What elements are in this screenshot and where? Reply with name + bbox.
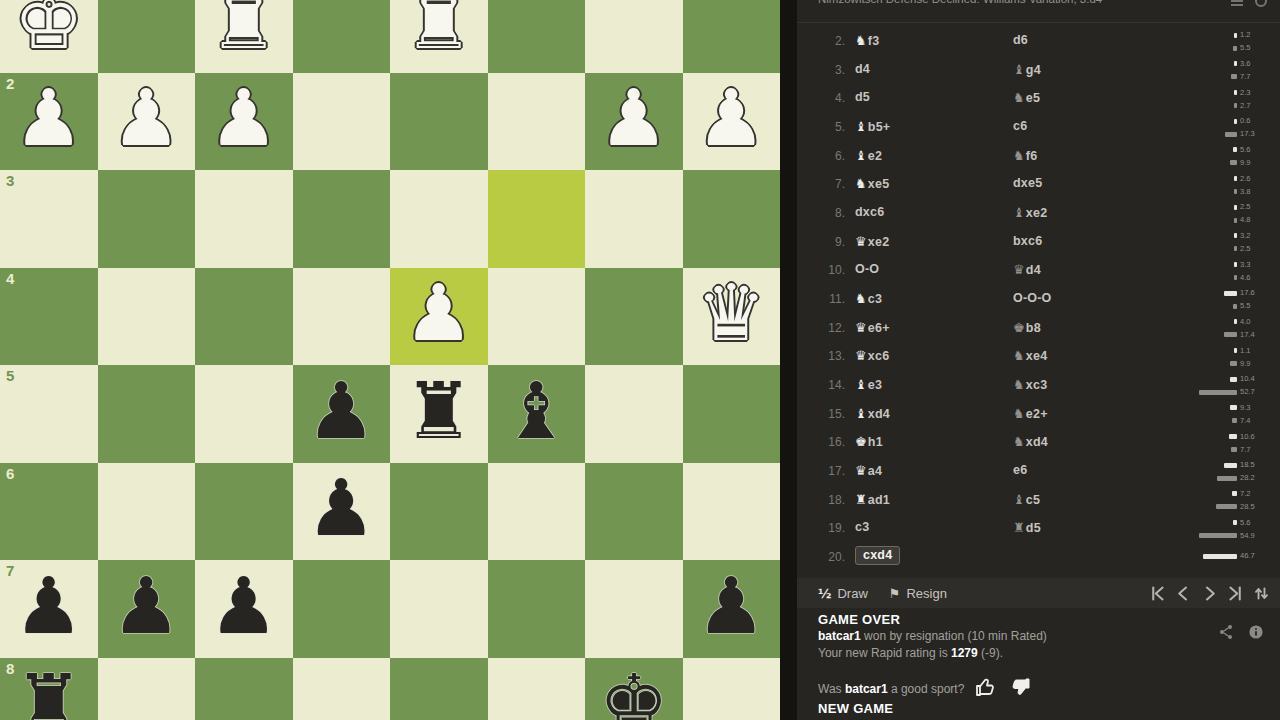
move-number: 20. xyxy=(819,550,845,564)
square-b6[interactable] xyxy=(585,463,683,561)
w-piece-glyph: ♝ xyxy=(855,406,867,421)
black-move-time: 17.3 xyxy=(1225,129,1262,139)
w-piece-glyph: ♛ xyxy=(855,320,867,335)
white-move-time: 1.2 xyxy=(1234,30,1262,40)
move-time-value: 4.8 xyxy=(1240,216,1262,224)
white-queen-a4[interactable]: ♛ xyxy=(696,274,766,352)
square-d4[interactable]: ♟ xyxy=(390,268,488,366)
move-number: 14. xyxy=(819,378,845,392)
white-move[interactable]: ♝xd4 xyxy=(855,406,890,421)
square-c8[interactable] xyxy=(488,658,586,720)
move-time-bar xyxy=(1231,74,1237,79)
draw-label: Draw xyxy=(837,586,867,601)
move-time-value: 7.7 xyxy=(1240,73,1262,81)
w-piece-glyph: ♝ xyxy=(855,377,867,392)
square-e7[interactable] xyxy=(293,560,391,658)
black-move[interactable]: ♞xc3 xyxy=(1013,377,1047,392)
black-rook-h8[interactable]: ♜ xyxy=(14,664,84,720)
thumbs-up-button[interactable] xyxy=(974,675,998,702)
move-time-bar xyxy=(1232,418,1237,423)
square-d1[interactable]: ♜ xyxy=(390,0,488,73)
move-time-bar xyxy=(1231,447,1237,452)
move-time-bar xyxy=(1199,533,1237,538)
sportsmanship-question: Was batcar1 a good sport? xyxy=(818,682,964,696)
black-move[interactable]: ♚b8 xyxy=(1013,320,1041,335)
white-rook-d1[interactable]: ♜ xyxy=(404,0,474,60)
move-number: 10. xyxy=(819,263,845,277)
square-g6[interactable] xyxy=(98,463,196,561)
white-move-time: 3.3 xyxy=(1234,259,1262,269)
white-move-time: 5.6 xyxy=(1233,517,1262,527)
move-time-value: 9.9 xyxy=(1240,360,1262,368)
move-number: 18. xyxy=(819,493,845,507)
white-move[interactable]: ♞f3 xyxy=(855,33,879,48)
b-piece-glyph: ♚ xyxy=(1013,320,1025,335)
move-row-2: 2.♞f3d61.25.5 xyxy=(797,28,1280,55)
square-g1[interactable] xyxy=(98,0,196,73)
square-h7[interactable]: 7♟ xyxy=(0,560,98,658)
square-g2[interactable]: ♟ xyxy=(98,73,196,171)
square-h1[interactable]: 1♚ xyxy=(0,0,98,73)
move-time-bar xyxy=(1234,119,1237,124)
white-move[interactable]: ♛xc6 xyxy=(855,348,889,363)
move-time-value: 17.3 xyxy=(1240,130,1262,138)
square-b8[interactable]: ♚ xyxy=(585,658,683,720)
square-f3[interactable] xyxy=(195,170,293,268)
info-icon[interactable] xyxy=(1248,624,1264,644)
white-move[interactable]: O-O xyxy=(855,262,879,276)
rank-label-3: 3 xyxy=(6,173,14,188)
black-move-time: 2.7 xyxy=(1234,100,1262,110)
chess-board[interactable]: 1♚♜♜2♟♟♟♟♟34♟♛5♟♜♝6♟7♟♟♟♟8♜♚ xyxy=(0,0,780,720)
b-piece-glyph: ♞ xyxy=(1013,377,1025,392)
white-move[interactable]: ♝b5+ xyxy=(855,119,890,134)
square-f1[interactable]: ♜ xyxy=(195,0,293,73)
square-d8[interactable] xyxy=(390,658,488,720)
move-row-20: 20.cxd446.7 xyxy=(797,544,1280,571)
move-time-value: 5.5 xyxy=(1240,44,1262,52)
white-king-h1[interactable]: ♚ xyxy=(14,0,84,60)
move-row-5: 5.♝b5+c60.617.3 xyxy=(797,114,1280,141)
b-piece-glyph: ♝ xyxy=(1013,492,1025,507)
toggle-moves-icon[interactable] xyxy=(1253,585,1270,602)
move-time-value: 7.4 xyxy=(1240,417,1262,425)
move-time-bar xyxy=(1217,476,1237,481)
black-pawn-a7[interactable]: ♟ xyxy=(696,567,766,645)
move-time-bar xyxy=(1234,348,1237,353)
white-move[interactable]: ♜ad1 xyxy=(855,492,890,507)
move-time-value: 2.6 xyxy=(1240,175,1262,183)
square-d6[interactable] xyxy=(390,463,488,561)
white-rook-f1[interactable]: ♜ xyxy=(209,0,279,60)
square-b4[interactable] xyxy=(585,268,683,366)
white-move[interactable]: ♛a4 xyxy=(855,463,882,478)
move-time-value: 10.4 xyxy=(1240,375,1262,383)
move-number: 7. xyxy=(819,177,845,191)
w-piece-glyph: ♝ xyxy=(855,119,867,134)
move-time-bar xyxy=(1232,491,1237,496)
move-time-value: 10.6 xyxy=(1240,433,1262,441)
square-e6[interactable]: ♟ xyxy=(293,463,391,561)
white-move-time: 3.6 xyxy=(1234,59,1262,69)
black-move-time: 3.8 xyxy=(1234,186,1262,196)
black-move-time: 7.7 xyxy=(1231,72,1262,82)
move-number: 8. xyxy=(819,206,845,220)
game-over-title: GAME OVER xyxy=(818,612,900,627)
move-time-bar xyxy=(1230,361,1237,366)
move-list: 2.♞f3d61.25.53.d4♝g43.67.74.d5♞e52.32.75… xyxy=(797,24,1280,576)
white-move-time: 17.6 xyxy=(1224,288,1262,298)
w-piece-glyph: ♞ xyxy=(855,33,867,48)
move-time-bar xyxy=(1234,103,1237,108)
white-move[interactable]: d4 xyxy=(855,62,870,76)
move-row-15: 15.♝xd4♞e2+9.37.4 xyxy=(797,401,1280,428)
square-a5[interactable] xyxy=(683,365,781,463)
move-number: 19. xyxy=(819,521,845,535)
game-result-text: batcar1 won by resignation (10 min Rated… xyxy=(818,629,1047,643)
black-move[interactable]: O-O-O xyxy=(1013,291,1052,305)
white-move-time: 2.3 xyxy=(1234,87,1262,97)
resign-label: Resign xyxy=(906,586,946,601)
move-number: 2. xyxy=(819,34,845,48)
move-time-value: 2.5 xyxy=(1240,245,1262,253)
square-a3[interactable] xyxy=(683,170,781,268)
move-time-value: 2.7 xyxy=(1240,102,1262,110)
move-time-value: 46.7 xyxy=(1240,552,1262,560)
square-e8[interactable] xyxy=(293,658,391,720)
game-panel: Nimzowitsch Defense Declined: Williams V… xyxy=(797,0,1280,720)
move-time-bar xyxy=(1234,262,1237,267)
thumbs-down-button[interactable] xyxy=(1008,675,1032,702)
square-g5[interactable] xyxy=(98,365,196,463)
white-move[interactable]: dxc6 xyxy=(855,205,884,219)
square-g3[interactable] xyxy=(98,170,196,268)
move-time-bar xyxy=(1230,377,1237,382)
square-c7[interactable] xyxy=(488,560,586,658)
white-move-time: 10.6 xyxy=(1229,431,1262,441)
b-piece-glyph: ♜ xyxy=(1013,520,1025,535)
square-h3[interactable]: 3 xyxy=(0,170,98,268)
move-time-value: 5.6 xyxy=(1240,519,1262,527)
move-row-8: 8.dxc6♝xe22.54.8 xyxy=(797,200,1280,227)
move-time-bar xyxy=(1230,405,1237,410)
move-time-bar xyxy=(1229,434,1237,439)
black-rook-d5[interactable]: ♜ xyxy=(404,372,474,450)
new-rating-value: 1279 xyxy=(951,646,978,660)
gear-icon[interactable] xyxy=(1254,0,1268,12)
move-time-value: 1.1 xyxy=(1240,347,1262,355)
move-time-bar xyxy=(1234,218,1237,223)
move-time-value: 3.8 xyxy=(1240,188,1262,196)
square-a8[interactable] xyxy=(683,658,781,720)
black-move-time: 9.9 xyxy=(1230,158,1262,168)
winner-name: batcar1 xyxy=(818,629,861,643)
sportsmanship-row: Was batcar1 a good sport? xyxy=(818,675,1032,702)
white-move-time: 46.7 xyxy=(1203,551,1262,561)
right-section: Nimzowitsch Defense Declined: Williams V… xyxy=(780,0,1280,720)
draw-half-icon: ½ xyxy=(818,586,831,601)
move-time-value: 0.6 xyxy=(1240,117,1262,125)
white-move[interactable]: ♚h1 xyxy=(855,434,883,449)
move-number: 5. xyxy=(819,120,845,134)
move-time-bar xyxy=(1224,463,1237,468)
white-move[interactable]: ♝e2 xyxy=(855,148,882,163)
black-pawn-f7[interactable]: ♟ xyxy=(209,567,279,645)
square-a6[interactable] xyxy=(683,463,781,561)
b-piece-glyph: ♞ xyxy=(1013,90,1025,105)
move-row-17: 17.♛a4e618.528.2 xyxy=(797,458,1280,485)
move-number: 15. xyxy=(819,407,845,421)
next-move-button[interactable] xyxy=(1201,585,1218,602)
rank-label-5: 5 xyxy=(6,368,14,383)
move-time-bar xyxy=(1234,275,1237,280)
white-pawn-d4[interactable]: ♟ xyxy=(404,274,474,352)
black-move-time: 54.9 xyxy=(1199,530,1262,540)
move-time-bar xyxy=(1224,291,1237,296)
move-time-bar xyxy=(1234,33,1237,38)
white-move-time: 18.5 xyxy=(1224,460,1262,470)
move-time-value: 2.3 xyxy=(1240,89,1262,97)
move-time-bar xyxy=(1224,332,1237,337)
square-b1[interactable] xyxy=(585,0,683,73)
move-time-value: 5.6 xyxy=(1240,146,1262,154)
square-h8[interactable]: 8♜ xyxy=(0,658,98,720)
w-piece-glyph: ♛ xyxy=(855,463,867,478)
black-move[interactable]: ♝xe2 xyxy=(1013,205,1047,220)
move-row-3: 3.d4♝g43.67.7 xyxy=(797,57,1280,84)
white-move-time: 9.3 xyxy=(1230,403,1262,413)
black-move-time: 4.6 xyxy=(1234,272,1262,282)
move-time-bar xyxy=(1230,160,1237,165)
opening-header: Nimzowitsch Defense Declined: Williams V… xyxy=(797,0,1280,23)
w-piece-glyph: ♚ xyxy=(855,434,867,449)
square-e3[interactable] xyxy=(293,170,391,268)
move-row-18: 18.♜ad1♝c57.228.5 xyxy=(797,487,1280,514)
move-time-bar xyxy=(1203,554,1237,559)
white-move[interactable]: ♛e6+ xyxy=(855,320,890,335)
move-time-bar xyxy=(1199,390,1237,395)
black-move-time: 17.4 xyxy=(1224,330,1262,340)
move-time-value: 52.7 xyxy=(1240,388,1262,396)
square-e4[interactable] xyxy=(293,268,391,366)
black-move-time: 28.5 xyxy=(1216,502,1262,512)
black-move-time: 5.5 xyxy=(1233,43,1262,53)
square-e1[interactable] xyxy=(293,0,391,73)
black-move[interactable]: ♝g4 xyxy=(1013,62,1041,77)
white-move[interactable]: ♛xe2 xyxy=(855,234,889,249)
white-move[interactable]: ♞xe5 xyxy=(855,176,889,191)
square-f4[interactable] xyxy=(195,268,293,366)
last-move-button[interactable] xyxy=(1227,585,1244,602)
square-a4[interactable]: ♛ xyxy=(683,268,781,366)
square-b7[interactable] xyxy=(585,560,683,658)
move-time-bar xyxy=(1233,304,1237,309)
move-time-value: 28.2 xyxy=(1240,474,1262,482)
w-piece-glyph: ♝ xyxy=(855,148,867,163)
black-pawn-e5[interactable]: ♟ xyxy=(306,372,376,450)
game-over-panel: GAME OVER batcar1 won by resignation (10… xyxy=(797,608,1280,720)
move-time-value: 1.2 xyxy=(1240,31,1262,39)
white-move-time: 5.6 xyxy=(1233,145,1262,155)
square-d7[interactable] xyxy=(390,560,488,658)
square-c5[interactable]: ♝ xyxy=(488,365,586,463)
move-time-value: 9.3 xyxy=(1240,404,1262,412)
move-row-6: 6.♝e2♞f65.69.9 xyxy=(797,143,1280,170)
black-move-time: 2.5 xyxy=(1234,244,1262,254)
move-row-12: 12.♛e6+♚b84.017.4 xyxy=(797,315,1280,342)
new-game-button[interactable]: NEW GAME xyxy=(818,701,893,716)
black-move-time: 28.2 xyxy=(1217,473,1262,483)
square-f2[interactable]: ♟ xyxy=(195,73,293,171)
move-time-bar xyxy=(1234,189,1237,194)
move-row-16: 16.♚h1♞xd410.67.7 xyxy=(797,429,1280,456)
move-time-bar xyxy=(1233,46,1237,51)
white-pawn-h2[interactable]: ♟ xyxy=(14,79,84,157)
controls-bar: ½ Draw ⚑ Resign xyxy=(797,578,1280,608)
black-move[interactable]: ♞xd4 xyxy=(1013,434,1048,449)
share-icon[interactable] xyxy=(1218,624,1234,644)
move-time-value: 3.2 xyxy=(1240,232,1262,240)
move-row-13: 13.♛xc6♞xe41.19.9 xyxy=(797,343,1280,370)
resign-button[interactable]: ⚑ Resign xyxy=(889,586,947,601)
black-pawn-e6[interactable]: ♟ xyxy=(306,469,376,547)
rating-text: Your new Rapid rating is 1279 (-9). xyxy=(818,646,1003,660)
move-number: 17. xyxy=(819,464,845,478)
move-number: 12. xyxy=(819,321,845,335)
move-time-value: 18.5 xyxy=(1240,461,1262,469)
white-pawn-f2[interactable]: ♟ xyxy=(209,79,279,157)
b-piece-glyph: ♞ xyxy=(1013,348,1025,363)
black-move[interactable]: c6 xyxy=(1013,119,1027,133)
square-b3[interactable] xyxy=(585,170,683,268)
black-move[interactable]: ♞f6 xyxy=(1013,148,1037,163)
square-h2[interactable]: 2♟ xyxy=(0,73,98,171)
move-list-icon[interactable] xyxy=(1230,0,1244,12)
square-d2[interactable] xyxy=(390,73,488,171)
square-d5[interactable]: ♜ xyxy=(390,365,488,463)
move-time-bar xyxy=(1234,246,1237,251)
square-a7[interactable]: ♟ xyxy=(683,560,781,658)
first-move-button[interactable] xyxy=(1149,585,1166,602)
black-move[interactable]: e6 xyxy=(1013,463,1027,477)
w-piece-glyph: ♛ xyxy=(855,348,867,363)
move-row-11: 11.♞c3O-O-O17.65.5 xyxy=(797,286,1280,313)
square-d3[interactable] xyxy=(390,170,488,268)
move-time-bar xyxy=(1233,520,1237,525)
square-f5[interactable] xyxy=(195,365,293,463)
black-move[interactable]: ♝c5 xyxy=(1013,492,1040,507)
square-f7[interactable]: ♟ xyxy=(195,560,293,658)
move-time-bar xyxy=(1234,233,1237,238)
white-move[interactable]: ♞c3 xyxy=(855,291,882,306)
white-move[interactable]: ♝e3 xyxy=(855,377,882,392)
white-move-time: 1.1 xyxy=(1234,345,1262,355)
square-h4[interactable]: 4 xyxy=(0,268,98,366)
black-pawn-g7[interactable]: ♟ xyxy=(111,567,181,645)
white-move-time: 0.6 xyxy=(1234,116,1262,126)
white-pawn-g2[interactable]: ♟ xyxy=(111,79,181,157)
square-c4[interactable] xyxy=(488,268,586,366)
square-g4[interactable] xyxy=(98,268,196,366)
black-king-b8[interactable]: ♚ xyxy=(599,664,669,720)
move-time-bar xyxy=(1234,90,1237,95)
previous-move-button[interactable] xyxy=(1175,585,1192,602)
black-move-time: 7.7 xyxy=(1231,444,1262,454)
square-c6[interactable] xyxy=(488,463,586,561)
square-a2[interactable]: ♟ xyxy=(683,73,781,171)
square-c1[interactable] xyxy=(488,0,586,73)
square-e5[interactable]: ♟ xyxy=(293,365,391,463)
black-move[interactable]: bxc6 xyxy=(1013,234,1042,248)
w-piece-glyph: ♞ xyxy=(855,176,867,191)
black-move[interactable]: ♛d4 xyxy=(1013,262,1041,277)
square-h5[interactable]: 5 xyxy=(0,365,98,463)
white-move-time: 2.5 xyxy=(1234,202,1262,212)
square-b2[interactable]: ♟ xyxy=(585,73,683,171)
square-h6[interactable]: 6 xyxy=(0,463,98,561)
black-move[interactable]: dxe5 xyxy=(1013,176,1042,190)
move-row-14: 14.♝e3♞xc310.452.7 xyxy=(797,372,1280,399)
square-b5[interactable] xyxy=(585,365,683,463)
black-bishop-c5[interactable]: ♝ xyxy=(501,372,571,450)
black-move-time: 7.4 xyxy=(1232,416,1262,426)
move-time-value: 2.5 xyxy=(1240,203,1262,211)
black-move[interactable]: ♞xe4 xyxy=(1013,348,1047,363)
square-f8[interactable] xyxy=(195,658,293,720)
square-c2[interactable] xyxy=(488,73,586,171)
move-number: 4. xyxy=(819,91,845,105)
move-time-value: 3.6 xyxy=(1240,60,1262,68)
move-nav-group xyxy=(1149,578,1270,608)
white-pawn-b2[interactable]: ♟ xyxy=(599,79,669,157)
current-move-white[interactable]: cxd4 xyxy=(855,546,900,565)
move-time-value: 17.6 xyxy=(1240,289,1262,297)
black-move[interactable]: ♞e5 xyxy=(1013,90,1040,105)
move-time-value: 4.0 xyxy=(1240,318,1262,326)
move-row-7: 7.♞xe5dxe52.63.8 xyxy=(797,171,1280,198)
move-number: 13. xyxy=(819,349,845,363)
black-pawn-h7[interactable]: ♟ xyxy=(14,567,84,645)
move-time-value: 28.5 xyxy=(1240,503,1262,511)
square-a1[interactable] xyxy=(683,0,781,73)
b-piece-glyph: ♞ xyxy=(1013,148,1025,163)
draw-button[interactable]: ½ Draw xyxy=(818,586,868,601)
square-g7[interactable]: ♟ xyxy=(98,560,196,658)
w-piece-glyph: ♛ xyxy=(855,234,867,249)
white-move-time: 4.0 xyxy=(1234,317,1262,327)
black-move[interactable]: d6 xyxy=(1013,33,1028,47)
black-move[interactable]: ♜d5 xyxy=(1013,520,1041,535)
move-number: 3. xyxy=(819,63,845,77)
black-move[interactable]: ♞e2+ xyxy=(1013,406,1048,421)
white-move[interactable]: d5 xyxy=(855,90,870,104)
square-e2[interactable] xyxy=(293,73,391,171)
white-pawn-a2[interactable]: ♟ xyxy=(696,79,766,157)
board-area: 1♚♜♜2♟♟♟♟♟34♟♛5♟♜♝6♟7♟♟♟♟8♜♚ xyxy=(0,0,780,720)
white-move[interactable]: c3 xyxy=(855,520,869,534)
square-c3[interactable] xyxy=(488,170,586,268)
white-move-time: 7.2 xyxy=(1232,489,1262,499)
move-time-bar xyxy=(1234,61,1237,66)
move-row-10: 10.O-O♛d43.34.6 xyxy=(797,257,1280,284)
square-f6[interactable] xyxy=(195,463,293,561)
move-number: 16. xyxy=(819,435,845,449)
square-g8[interactable] xyxy=(98,658,196,720)
move-time-bar xyxy=(1234,319,1237,324)
w-piece-glyph: ♞ xyxy=(855,291,867,306)
black-move-time: 4.8 xyxy=(1234,215,1262,225)
move-row-9: 9.♛xe2bxc63.22.5 xyxy=(797,229,1280,256)
